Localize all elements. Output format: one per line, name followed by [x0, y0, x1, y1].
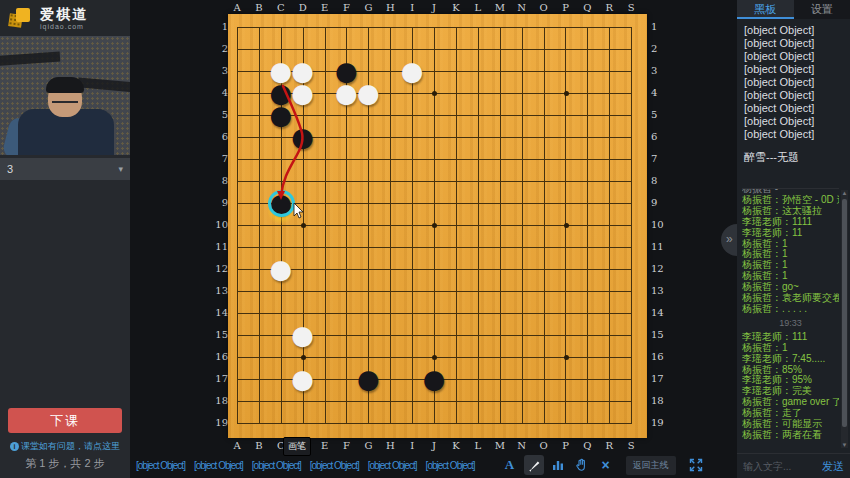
- board-cell-M2[interactable]: [489, 38, 511, 60]
- board-cell-B12[interactable]: [248, 258, 270, 280]
- board-cell-P3[interactable]: [554, 60, 576, 82]
- board-cell-B11[interactable]: [248, 236, 270, 258]
- board-cell-M4[interactable]: [489, 82, 511, 104]
- board-cell-M15[interactable]: [489, 324, 511, 346]
- board-cell-I11[interactable]: [401, 236, 423, 258]
- board-cell-P18[interactable]: [554, 390, 576, 412]
- board-cell-D1[interactable]: [292, 16, 314, 38]
- board-cell-B4[interactable]: [248, 82, 270, 104]
- board-cell-G4[interactable]: ●: [357, 82, 379, 104]
- board-cell-L17[interactable]: [467, 368, 489, 390]
- board-cell-M14[interactable]: [489, 302, 511, 324]
- board-cell-F18[interactable]: [335, 390, 357, 412]
- board-cell-E8[interactable]: [314, 170, 336, 192]
- board-cell-K17[interactable]: [445, 368, 467, 390]
- board-cell-H14[interactable]: [379, 302, 401, 324]
- board-cell-N17[interactable]: [511, 368, 533, 390]
- board-cell-E1[interactable]: [314, 16, 336, 38]
- board-cell-K11[interactable]: [445, 236, 467, 258]
- board-cell-H5[interactable]: [379, 104, 401, 126]
- board-cell-K15[interactable]: [445, 324, 467, 346]
- board-cell-Q19[interactable]: [576, 412, 598, 434]
- board-cell-A5[interactable]: [226, 104, 248, 126]
- board-cell-A14[interactable]: [226, 302, 248, 324]
- board-cell-S14[interactable]: [620, 302, 642, 324]
- board-cell-N18[interactable]: [511, 390, 533, 412]
- board-cell-M18[interactable]: [489, 390, 511, 412]
- board-cell-B10[interactable]: [248, 214, 270, 236]
- board-cell-G17[interactable]: ●: [357, 368, 379, 390]
- board-cell-P15[interactable]: [554, 324, 576, 346]
- board-cell-M11[interactable]: [489, 236, 511, 258]
- board-cell-J12[interactable]: [423, 258, 445, 280]
- board-cell-I14[interactable]: [401, 302, 423, 324]
- board-cell-L14[interactable]: [467, 302, 489, 324]
- board-cell-Q9[interactable]: [576, 192, 598, 214]
- board-cell-M13[interactable]: [489, 280, 511, 302]
- board-cell-H8[interactable]: [379, 170, 401, 192]
- board-cell-C7[interactable]: [270, 148, 292, 170]
- board-cell-P1[interactable]: [554, 16, 576, 38]
- board-cell-I19[interactable]: [401, 412, 423, 434]
- board-cell-O5[interactable]: [532, 104, 554, 126]
- board-cell-R2[interactable]: [598, 38, 620, 60]
- board-cell-O8[interactable]: [532, 170, 554, 192]
- board-cell-K16[interactable]: [445, 346, 467, 368]
- board-cell-R4[interactable]: [598, 82, 620, 104]
- back-to-mainline-button[interactable]: 返回主线: [626, 456, 676, 475]
- chat-scrollbar[interactable]: ▲ ▼: [841, 190, 848, 448]
- help-link[interactable]: i课堂如有问题，请点这里: [0, 440, 130, 453]
- board-cell-P11[interactable]: [554, 236, 576, 258]
- board-cell-E9[interactable]: [314, 192, 336, 214]
- board-cell-I15[interactable]: [401, 324, 423, 346]
- board-cell-S11[interactable]: [620, 236, 642, 258]
- board-cell-E2[interactable]: [314, 38, 336, 60]
- board-cell-S10[interactable]: [620, 214, 642, 236]
- board-cell-J10[interactable]: [423, 214, 445, 236]
- board-cell-A6[interactable]: [226, 126, 248, 148]
- board-cell-S17[interactable]: [620, 368, 642, 390]
- board-cell-D11[interactable]: [292, 236, 314, 258]
- board-cell-I1[interactable]: [401, 16, 423, 38]
- board-cell-P6[interactable]: [554, 126, 576, 148]
- board-cell-F1[interactable]: [335, 16, 357, 38]
- board-cell-Q16[interactable]: [576, 346, 598, 368]
- board-cell-B15[interactable]: [248, 324, 270, 346]
- board-cell-H13[interactable]: [379, 280, 401, 302]
- board-cell-N13[interactable]: [511, 280, 533, 302]
- board-cell-P16[interactable]: [554, 346, 576, 368]
- playback-button[interactable]: [object Object]: [194, 460, 243, 471]
- board-cell-C5[interactable]: ●: [270, 104, 292, 126]
- board-cell-M8[interactable]: [489, 170, 511, 192]
- board-cell-S5[interactable]: [620, 104, 642, 126]
- board-cell-Q6[interactable]: [576, 126, 598, 148]
- board-cell-O14[interactable]: [532, 302, 554, 324]
- board-cell-D9[interactable]: [292, 192, 314, 214]
- board-cell-B18[interactable]: [248, 390, 270, 412]
- board-cell-E18[interactable]: [314, 390, 336, 412]
- board-cell-K4[interactable]: [445, 82, 467, 104]
- board-cell-L9[interactable]: [467, 192, 489, 214]
- board-cell-Q8[interactable]: [576, 170, 598, 192]
- board-cell-R12[interactable]: [598, 258, 620, 280]
- board-cell-L12[interactable]: [467, 258, 489, 280]
- board-cell-M1[interactable]: [489, 16, 511, 38]
- board-cell-I12[interactable]: [401, 258, 423, 280]
- board-cell-B16[interactable]: [248, 346, 270, 368]
- board-cell-Q7[interactable]: [576, 148, 598, 170]
- board-cell-I3[interactable]: ●: [401, 60, 423, 82]
- board-cell-H12[interactable]: [379, 258, 401, 280]
- board-cell-Q4[interactable]: [576, 82, 598, 104]
- board-cell-J4[interactable]: [423, 82, 445, 104]
- board-cell-Q10[interactable]: [576, 214, 598, 236]
- fullscreen-button[interactable]: [686, 455, 706, 475]
- board-cell-N11[interactable]: [511, 236, 533, 258]
- board-cell-I4[interactable]: [401, 82, 423, 104]
- board-cell-M3[interactable]: [489, 60, 511, 82]
- board-cell-F11[interactable]: [335, 236, 357, 258]
- scroll-down-icon[interactable]: ▼: [841, 442, 848, 448]
- board-cell-H10[interactable]: [379, 214, 401, 236]
- board-cell-O18[interactable]: [532, 390, 554, 412]
- board-cell-F10[interactable]: [335, 214, 357, 236]
- board-cell-P7[interactable]: [554, 148, 576, 170]
- board-cell-L13[interactable]: [467, 280, 489, 302]
- board-cell-G12[interactable]: [357, 258, 379, 280]
- board-cell-E16[interactable]: [314, 346, 336, 368]
- board-cell-R8[interactable]: [598, 170, 620, 192]
- board-cell-O2[interactable]: [532, 38, 554, 60]
- board-cell-G19[interactable]: [357, 412, 379, 434]
- board-cell-M7[interactable]: [489, 148, 511, 170]
- board-cell-F6[interactable]: [335, 126, 357, 148]
- playback-button[interactable]: [object Object]: [310, 460, 359, 471]
- clear-tool-button[interactable]: ×: [596, 455, 616, 475]
- board-cell-P9[interactable]: [554, 192, 576, 214]
- board-cell-S7[interactable]: [620, 148, 642, 170]
- board-cell-J1[interactable]: [423, 16, 445, 38]
- board-cell-Q13[interactable]: [576, 280, 598, 302]
- playback-button[interactable]: [object Object]: [368, 460, 417, 471]
- board-cell-N15[interactable]: [511, 324, 533, 346]
- board-cell-D15[interactable]: ●: [292, 324, 314, 346]
- board-cell-G15[interactable]: [357, 324, 379, 346]
- board-cell-D18[interactable]: [292, 390, 314, 412]
- board-cell-L15[interactable]: [467, 324, 489, 346]
- board-cell-K14[interactable]: [445, 302, 467, 324]
- board-cell-C16[interactable]: [270, 346, 292, 368]
- board-cell-A10[interactable]: [226, 214, 248, 236]
- board-cell-I5[interactable]: [401, 104, 423, 126]
- board-cell-B9[interactable]: [248, 192, 270, 214]
- board-cell-N2[interactable]: [511, 38, 533, 60]
- board-cell-S1[interactable]: [620, 16, 642, 38]
- board-cell-P13[interactable]: [554, 280, 576, 302]
- board-cell-E13[interactable]: [314, 280, 336, 302]
- board-cell-F16[interactable]: [335, 346, 357, 368]
- board-cell-M9[interactable]: [489, 192, 511, 214]
- board-cell-O15[interactable]: [532, 324, 554, 346]
- board-cell-O12[interactable]: [532, 258, 554, 280]
- board-cell-H4[interactable]: [379, 82, 401, 104]
- board-cell-O10[interactable]: [532, 214, 554, 236]
- board-cell-R9[interactable]: [598, 192, 620, 214]
- board-cell-P14[interactable]: [554, 302, 576, 324]
- board-cell-H15[interactable]: [379, 324, 401, 346]
- board-cell-H2[interactable]: [379, 38, 401, 60]
- board-cell-E14[interactable]: [314, 302, 336, 324]
- board-cell-A7[interactable]: [226, 148, 248, 170]
- board-cell-J6[interactable]: [423, 126, 445, 148]
- board-cell-R19[interactable]: [598, 412, 620, 434]
- board-cell-H17[interactable]: [379, 368, 401, 390]
- board-cell-F13[interactable]: [335, 280, 357, 302]
- board-cell-O19[interactable]: [532, 412, 554, 434]
- tab-settings[interactable]: 设置: [794, 0, 850, 19]
- board-cell-A3[interactable]: [226, 60, 248, 82]
- board-cell-D19[interactable]: [292, 412, 314, 434]
- board-cell-I7[interactable]: [401, 148, 423, 170]
- board-cell-J13[interactable]: [423, 280, 445, 302]
- board-cell-K13[interactable]: [445, 280, 467, 302]
- board-cell-J5[interactable]: [423, 104, 445, 126]
- board-cell-B5[interactable]: [248, 104, 270, 126]
- board-cell-I13[interactable]: [401, 280, 423, 302]
- board-cell-D13[interactable]: [292, 280, 314, 302]
- board-cell-P12[interactable]: [554, 258, 576, 280]
- board-cell-G1[interactable]: [357, 16, 379, 38]
- board-cell-C15[interactable]: [270, 324, 292, 346]
- lesson-section-dropdown[interactable]: 3 ▾: [0, 158, 130, 180]
- board-cell-G11[interactable]: [357, 236, 379, 258]
- board-cell-A9[interactable]: [226, 192, 248, 214]
- board-cell-N14[interactable]: [511, 302, 533, 324]
- board-cell-N9[interactable]: [511, 192, 533, 214]
- board-cell-G8[interactable]: [357, 170, 379, 192]
- board-cell-H3[interactable]: [379, 60, 401, 82]
- board-cell-G18[interactable]: [357, 390, 379, 412]
- board-cell-L4[interactable]: [467, 82, 489, 104]
- board-cell-H16[interactable]: [379, 346, 401, 368]
- board-cell-J7[interactable]: [423, 148, 445, 170]
- board-cell-D17[interactable]: ●: [292, 368, 314, 390]
- board-cell-F4[interactable]: ●: [335, 82, 357, 104]
- board-cell-H11[interactable]: [379, 236, 401, 258]
- board-cell-N7[interactable]: [511, 148, 533, 170]
- board-cell-P8[interactable]: [554, 170, 576, 192]
- board-cell-A4[interactable]: [226, 82, 248, 104]
- board-cell-P5[interactable]: [554, 104, 576, 126]
- chat-input[interactable]: [743, 461, 818, 472]
- board-cell-K6[interactable]: [445, 126, 467, 148]
- board-cell-O7[interactable]: [532, 148, 554, 170]
- end-class-button[interactable]: 下课: [8, 408, 122, 433]
- board-cell-O17[interactable]: [532, 368, 554, 390]
- board-cell-S3[interactable]: [620, 60, 642, 82]
- board-cell-D7[interactable]: [292, 148, 314, 170]
- board-cell-K8[interactable]: [445, 170, 467, 192]
- board-cell-I9[interactable]: [401, 192, 423, 214]
- board-cell-S8[interactable]: [620, 170, 642, 192]
- board-cell-H6[interactable]: [379, 126, 401, 148]
- board-cell-N16[interactable]: [511, 346, 533, 368]
- board-cell-N12[interactable]: [511, 258, 533, 280]
- board-cell-A12[interactable]: [226, 258, 248, 280]
- board-cell-M10[interactable]: [489, 214, 511, 236]
- board-cell-F19[interactable]: [335, 412, 357, 434]
- board-cell-B1[interactable]: [248, 16, 270, 38]
- board-cell-J17[interactable]: ●: [423, 368, 445, 390]
- board-cell-H19[interactable]: [379, 412, 401, 434]
- board-cell-H7[interactable]: [379, 148, 401, 170]
- board-cell-H9[interactable]: [379, 192, 401, 214]
- board-cell-I6[interactable]: [401, 126, 423, 148]
- board-cell-R16[interactable]: [598, 346, 620, 368]
- board-cell-S4[interactable]: [620, 82, 642, 104]
- board-cell-E5[interactable]: [314, 104, 336, 126]
- board-cell-L7[interactable]: [467, 148, 489, 170]
- board-cell-I8[interactable]: [401, 170, 423, 192]
- board-cell-A19[interactable]: [226, 412, 248, 434]
- board-cell-R1[interactable]: [598, 16, 620, 38]
- board-cell-A11[interactable]: [226, 236, 248, 258]
- board-cell-B8[interactable]: [248, 170, 270, 192]
- board-cell-I18[interactable]: [401, 390, 423, 412]
- board-cell-L10[interactable]: [467, 214, 489, 236]
- board-cell-J9[interactable]: [423, 192, 445, 214]
- board-cell-J15[interactable]: [423, 324, 445, 346]
- board-cell-L5[interactable]: [467, 104, 489, 126]
- board-cell-A15[interactable]: [226, 324, 248, 346]
- board-cell-L3[interactable]: [467, 60, 489, 82]
- board-cell-D6[interactable]: ●: [292, 126, 314, 148]
- board-cell-Q17[interactable]: [576, 368, 598, 390]
- board-cell-O6[interactable]: [532, 126, 554, 148]
- board-cell-C6[interactable]: [270, 126, 292, 148]
- board-cell-E17[interactable]: [314, 368, 336, 390]
- board-cell-D8[interactable]: [292, 170, 314, 192]
- board-cell-N8[interactable]: [511, 170, 533, 192]
- board-cell-J19[interactable]: [423, 412, 445, 434]
- board-cell-Q14[interactable]: [576, 302, 598, 324]
- board-cell-N19[interactable]: [511, 412, 533, 434]
- board-cell-H1[interactable]: [379, 16, 401, 38]
- scroll-up-icon[interactable]: ▲: [841, 190, 848, 196]
- board-cell-J11[interactable]: [423, 236, 445, 258]
- board-cell-B17[interactable]: [248, 368, 270, 390]
- board-cell-J2[interactable]: [423, 38, 445, 60]
- board-cell-R14[interactable]: [598, 302, 620, 324]
- board-cell-S2[interactable]: [620, 38, 642, 60]
- board-cell-G10[interactable]: [357, 214, 379, 236]
- board-cell-F12[interactable]: [335, 258, 357, 280]
- board-cell-O16[interactable]: [532, 346, 554, 368]
- board-cell-F14[interactable]: [335, 302, 357, 324]
- board-cell-K2[interactable]: [445, 38, 467, 60]
- board-cell-A16[interactable]: [226, 346, 248, 368]
- board-cell-E15[interactable]: [314, 324, 336, 346]
- board-cell-N6[interactable]: [511, 126, 533, 148]
- board-cell-Q15[interactable]: [576, 324, 598, 346]
- board-cell-F7[interactable]: [335, 148, 357, 170]
- board-cell-J14[interactable]: [423, 302, 445, 324]
- board-cell-P10[interactable]: [554, 214, 576, 236]
- playback-button[interactable]: [object Object]: [426, 460, 475, 471]
- board-cell-O13[interactable]: [532, 280, 554, 302]
- board-cell-N10[interactable]: [511, 214, 533, 236]
- board-cell-K12[interactable]: [445, 258, 467, 280]
- board-cell-R6[interactable]: [598, 126, 620, 148]
- board-cell-N3[interactable]: [511, 60, 533, 82]
- board-cell-R5[interactable]: [598, 104, 620, 126]
- board-cell-R3[interactable]: [598, 60, 620, 82]
- board-cell-C12[interactable]: ●: [270, 258, 292, 280]
- board-cell-R13[interactable]: [598, 280, 620, 302]
- board-cell-G2[interactable]: [357, 38, 379, 60]
- board-cell-K19[interactable]: [445, 412, 467, 434]
- board-cell-K18[interactable]: [445, 390, 467, 412]
- board-cell-Q11[interactable]: [576, 236, 598, 258]
- board-cell-S16[interactable]: [620, 346, 642, 368]
- board-cell-C14[interactable]: [270, 302, 292, 324]
- board-cell-B2[interactable]: [248, 38, 270, 60]
- board-cell-E19[interactable]: [314, 412, 336, 434]
- board-cell-P4[interactable]: [554, 82, 576, 104]
- board-cell-P17[interactable]: [554, 368, 576, 390]
- board-cell-C13[interactable]: [270, 280, 292, 302]
- board-cell-F15[interactable]: [335, 324, 357, 346]
- board-cell-M16[interactable]: [489, 346, 511, 368]
- board-cell-L6[interactable]: [467, 126, 489, 148]
- board-cell-O1[interactable]: [532, 16, 554, 38]
- board-cell-D12[interactable]: [292, 258, 314, 280]
- board-cell-D4[interactable]: ●: [292, 82, 314, 104]
- board-cell-A8[interactable]: [226, 170, 248, 192]
- board-cell-M6[interactable]: [489, 126, 511, 148]
- board-cell-E12[interactable]: [314, 258, 336, 280]
- send-button[interactable]: 发送: [822, 459, 844, 474]
- board-cell-R7[interactable]: [598, 148, 620, 170]
- board-cell-N4[interactable]: [511, 82, 533, 104]
- board-cell-R18[interactable]: [598, 390, 620, 412]
- board-cell-F9[interactable]: [335, 192, 357, 214]
- board-cell-J8[interactable]: [423, 170, 445, 192]
- board-cell-B13[interactable]: [248, 280, 270, 302]
- brush-tool-button[interactable]: [524, 455, 544, 475]
- board-cell-A17[interactable]: [226, 368, 248, 390]
- board-cell-O3[interactable]: [532, 60, 554, 82]
- board-cell-L19[interactable]: [467, 412, 489, 434]
- board-cell-E4[interactable]: [314, 82, 336, 104]
- board-cell-A2[interactable]: [226, 38, 248, 60]
- board-cell-R15[interactable]: [598, 324, 620, 346]
- board-cell-K5[interactable]: [445, 104, 467, 126]
- board-cell-A1[interactable]: [226, 16, 248, 38]
- board-cell-K10[interactable]: [445, 214, 467, 236]
- board-cell-G14[interactable]: [357, 302, 379, 324]
- board-cell-H18[interactable]: [379, 390, 401, 412]
- board-cell-K3[interactable]: [445, 60, 467, 82]
- board-cell-L16[interactable]: [467, 346, 489, 368]
- board-cell-E11[interactable]: [314, 236, 336, 258]
- board-cell-J3[interactable]: [423, 60, 445, 82]
- board-cell-S12[interactable]: [620, 258, 642, 280]
- board-cell-N5[interactable]: [511, 104, 533, 126]
- board-cell-S18[interactable]: [620, 390, 642, 412]
